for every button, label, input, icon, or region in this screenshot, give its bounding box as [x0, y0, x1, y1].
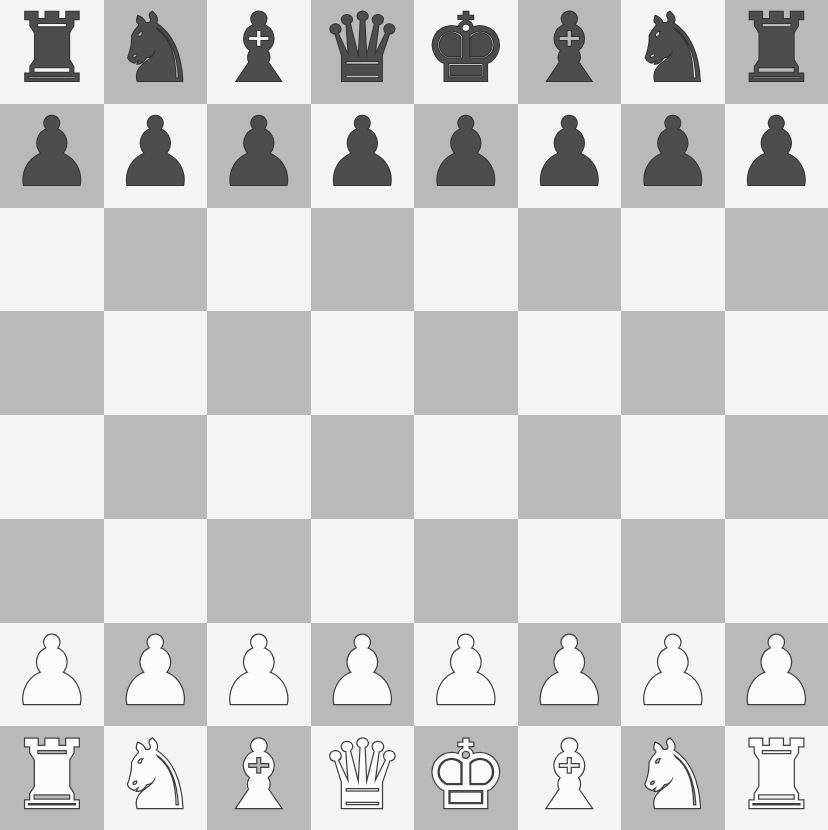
piece-black-pawn[interactable]: ♟	[630, 105, 715, 200]
piece-black-knight[interactable]: ♞	[630, 1, 715, 96]
square-h3[interactable]	[725, 519, 828, 623]
piece-black-queen[interactable]: ♛	[320, 1, 405, 96]
piece-white-bishop[interactable]: ♝	[216, 728, 301, 823]
square-e5[interactable]	[414, 311, 518, 415]
square-e3[interactable]	[414, 519, 518, 623]
square-f2[interactable]: ♟	[518, 623, 622, 727]
square-b1[interactable]: ♞	[104, 726, 208, 830]
square-e7[interactable]: ♟	[414, 104, 518, 208]
piece-black-bishop[interactable]: ♝	[216, 1, 301, 96]
square-a4[interactable]	[0, 415, 104, 519]
piece-black-knight[interactable]: ♞	[113, 1, 198, 96]
piece-black-pawn[interactable]: ♟	[527, 105, 612, 200]
square-h6[interactable]	[725, 208, 828, 312]
piece-white-pawn[interactable]: ♟	[423, 624, 508, 719]
square-c8[interactable]: ♝	[207, 0, 311, 104]
square-b4[interactable]	[104, 415, 208, 519]
square-d7[interactable]: ♟	[311, 104, 415, 208]
square-c2[interactable]: ♟	[207, 623, 311, 727]
square-f1[interactable]: ♝	[518, 726, 622, 830]
square-e2[interactable]: ♟	[414, 623, 518, 727]
square-g8[interactable]: ♞	[621, 0, 725, 104]
square-f8[interactable]: ♝	[518, 0, 622, 104]
piece-white-king[interactable]: ♚	[423, 728, 508, 823]
square-d8[interactable]: ♛	[311, 0, 415, 104]
square-h5[interactable]	[725, 311, 828, 415]
square-d3[interactable]	[311, 519, 415, 623]
square-g1[interactable]: ♞	[621, 726, 725, 830]
square-g6[interactable]	[621, 208, 725, 312]
piece-white-queen[interactable]: ♛	[320, 728, 405, 823]
square-b8[interactable]: ♞	[104, 0, 208, 104]
square-d2[interactable]: ♟	[311, 623, 415, 727]
chess-board: ♜♞♝♛♚♝♞♜♟♟♟♟♟♟♟♟♟♟♟♟♟♟♟♟♜♞♝♛♚♝♞♜	[0, 0, 828, 830]
piece-white-knight[interactable]: ♞	[113, 728, 198, 823]
piece-black-pawn[interactable]: ♟	[423, 105, 508, 200]
square-h4[interactable]	[725, 415, 828, 519]
square-f5[interactable]	[518, 311, 622, 415]
piece-white-knight[interactable]: ♞	[630, 728, 715, 823]
square-c5[interactable]	[207, 311, 311, 415]
square-d5[interactable]	[311, 311, 415, 415]
piece-black-pawn[interactable]: ♟	[320, 105, 405, 200]
square-h8[interactable]: ♜	[725, 0, 828, 104]
square-a5[interactable]	[0, 311, 104, 415]
square-g2[interactable]: ♟	[621, 623, 725, 727]
square-d6[interactable]	[311, 208, 415, 312]
piece-white-pawn[interactable]: ♟	[630, 624, 715, 719]
square-a8[interactable]: ♜	[0, 0, 104, 104]
square-c4[interactable]	[207, 415, 311, 519]
square-g5[interactable]	[621, 311, 725, 415]
square-a3[interactable]	[0, 519, 104, 623]
square-g7[interactable]: ♟	[621, 104, 725, 208]
piece-white-pawn[interactable]: ♟	[9, 624, 94, 719]
piece-black-pawn[interactable]: ♟	[113, 105, 198, 200]
square-d1[interactable]: ♛	[311, 726, 415, 830]
piece-white-rook[interactable]: ♜	[734, 728, 819, 823]
square-b2[interactable]: ♟	[104, 623, 208, 727]
piece-white-bishop[interactable]: ♝	[527, 728, 612, 823]
piece-white-rook[interactable]: ♜	[9, 728, 94, 823]
square-h7[interactable]: ♟	[725, 104, 828, 208]
piece-black-pawn[interactable]: ♟	[216, 105, 301, 200]
square-a2[interactable]: ♟	[0, 623, 104, 727]
piece-white-pawn[interactable]: ♟	[320, 624, 405, 719]
square-f3[interactable]	[518, 519, 622, 623]
square-f6[interactable]	[518, 208, 622, 312]
square-e8[interactable]: ♚	[414, 0, 518, 104]
piece-black-pawn[interactable]: ♟	[734, 105, 819, 200]
square-h2[interactable]: ♟	[725, 623, 828, 727]
square-e4[interactable]	[414, 415, 518, 519]
chess-board-container: ♜♞♝♛♚♝♞♜♟♟♟♟♟♟♟♟♟♟♟♟♟♟♟♟♜♞♝♛♚♝♞♜	[0, 0, 828, 830]
square-b3[interactable]	[104, 519, 208, 623]
piece-white-pawn[interactable]: ♟	[113, 624, 198, 719]
square-f4[interactable]	[518, 415, 622, 519]
square-b6[interactable]	[104, 208, 208, 312]
piece-black-bishop[interactable]: ♝	[527, 1, 612, 96]
square-d4[interactable]	[311, 415, 415, 519]
piece-white-pawn[interactable]: ♟	[734, 624, 819, 719]
square-g3[interactable]	[621, 519, 725, 623]
square-e6[interactable]	[414, 208, 518, 312]
square-c3[interactable]	[207, 519, 311, 623]
square-b5[interactable]	[104, 311, 208, 415]
square-c6[interactable]	[207, 208, 311, 312]
square-c7[interactable]: ♟	[207, 104, 311, 208]
square-c1[interactable]: ♝	[207, 726, 311, 830]
piece-black-king[interactable]: ♚	[423, 1, 508, 96]
square-e1[interactable]: ♚	[414, 726, 518, 830]
square-a7[interactable]: ♟	[0, 104, 104, 208]
square-a6[interactable]	[0, 208, 104, 312]
square-g4[interactable]	[621, 415, 725, 519]
square-h1[interactable]: ♜	[725, 726, 828, 830]
piece-black-pawn[interactable]: ♟	[9, 105, 94, 200]
piece-black-rook[interactable]: ♜	[734, 1, 819, 96]
square-b7[interactable]: ♟	[104, 104, 208, 208]
square-f7[interactable]: ♟	[518, 104, 622, 208]
square-a1[interactable]: ♜	[0, 726, 104, 830]
piece-white-pawn[interactable]: ♟	[216, 624, 301, 719]
piece-black-rook[interactable]: ♜	[9, 1, 94, 96]
piece-white-pawn[interactable]: ♟	[527, 624, 612, 719]
